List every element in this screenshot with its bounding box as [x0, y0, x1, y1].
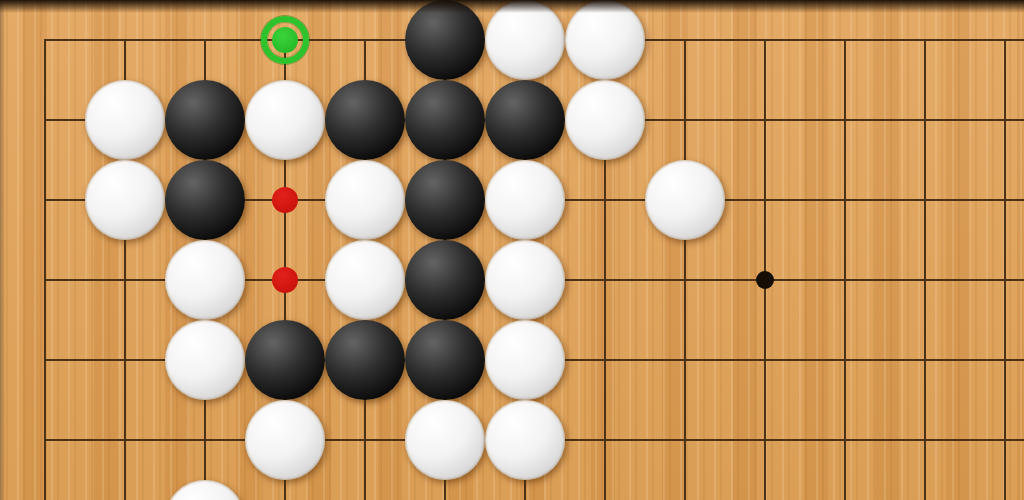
- black-stone: [325, 320, 405, 400]
- white-stone: [645, 160, 725, 240]
- board-intersection[interactable]: [325, 80, 405, 160]
- board-intersection[interactable]: [885, 80, 965, 160]
- go-app-screen: [0, 0, 1024, 500]
- board-intersection[interactable]: [885, 480, 965, 500]
- board: [5, 0, 1024, 500]
- board-intersection[interactable]: [405, 400, 485, 480]
- white-stone: [165, 480, 245, 500]
- board-intersection[interactable]: [405, 160, 485, 240]
- board-intersection[interactable]: [725, 80, 805, 160]
- board-intersection[interactable]: [725, 240, 805, 320]
- board-intersection[interactable]: [885, 160, 965, 240]
- board-intersection[interactable]: [325, 320, 405, 400]
- board-intersection[interactable]: [965, 160, 1024, 240]
- white-stone: [85, 80, 165, 160]
- white-stone: [405, 400, 485, 480]
- black-stone: [325, 80, 405, 160]
- black-stone: [165, 160, 245, 240]
- board-intersection[interactable]: [965, 240, 1024, 320]
- board-intersection[interactable]: [325, 240, 405, 320]
- black-stone: [405, 80, 485, 160]
- white-stone: [325, 160, 405, 240]
- board-intersection[interactable]: [645, 320, 725, 400]
- black-stone: [405, 160, 485, 240]
- board-intersection[interactable]: [5, 480, 85, 500]
- white-stone: [485, 240, 565, 320]
- top-edge-shadow: [0, 0, 1024, 13]
- board-intersection[interactable]: [85, 160, 165, 240]
- black-stone: [165, 80, 245, 160]
- board-intersection[interactable]: [565, 240, 645, 320]
- board-intersection[interactable]: [565, 160, 645, 240]
- board-intersection[interactable]: [485, 160, 565, 240]
- board-intersection[interactable]: [85, 320, 165, 400]
- white-stone: [165, 240, 245, 320]
- board-intersection[interactable]: [725, 160, 805, 240]
- board-intersection[interactable]: [405, 240, 485, 320]
- board-intersection[interactable]: [965, 480, 1024, 500]
- white-stone: [325, 240, 405, 320]
- board-intersection[interactable]: [885, 400, 965, 480]
- white-stone: [485, 400, 565, 480]
- board-intersection[interactable]: [85, 480, 165, 500]
- board-intersection[interactable]: [165, 320, 245, 400]
- board-intersection[interactable]: [485, 480, 565, 500]
- white-stone: [165, 320, 245, 400]
- board-intersection[interactable]: [405, 80, 485, 160]
- board-intersection[interactable]: [885, 240, 965, 320]
- board-intersection[interactable]: [5, 160, 85, 240]
- board-intersection[interactable]: [5, 320, 85, 400]
- green-highlight-marker: [261, 16, 309, 64]
- red-dot-marker: [272, 187, 298, 213]
- board-intersection[interactable]: [805, 480, 885, 500]
- board-intersection[interactable]: [85, 240, 165, 320]
- board-intersection[interactable]: [725, 480, 805, 500]
- black-stone: [405, 240, 485, 320]
- black-stone: [405, 320, 485, 400]
- black-stone: [485, 80, 565, 160]
- board-intersection[interactable]: [965, 320, 1024, 400]
- board-intersection[interactable]: [245, 240, 325, 320]
- board-intersection[interactable]: [85, 80, 165, 160]
- white-stone: [245, 80, 325, 160]
- board-intersection[interactable]: [885, 320, 965, 400]
- red-dot-marker: [272, 267, 298, 293]
- board-intersection[interactable]: [245, 320, 325, 400]
- board-intersection[interactable]: [165, 160, 245, 240]
- board-intersection[interactable]: [325, 160, 405, 240]
- board-intersection[interactable]: [965, 400, 1024, 480]
- board-intersection[interactable]: [165, 80, 245, 160]
- board-intersection[interactable]: [165, 480, 245, 500]
- black-stone: [245, 320, 325, 400]
- board-intersection[interactable]: [5, 80, 85, 160]
- board-intersection[interactable]: [645, 400, 725, 480]
- board-intersection[interactable]: [485, 240, 565, 320]
- board-intersection[interactable]: [165, 400, 245, 480]
- white-stone: [485, 160, 565, 240]
- board-intersection[interactable]: [85, 400, 165, 480]
- board-intersection[interactable]: [165, 240, 245, 320]
- board-intersection[interactable]: [565, 80, 645, 160]
- star-point-icon: [756, 271, 774, 289]
- board-intersection[interactable]: [965, 80, 1024, 160]
- board-intersection[interactable]: [645, 160, 725, 240]
- board-intersection[interactable]: [725, 320, 805, 400]
- board-intersection[interactable]: [805, 400, 885, 480]
- board-intersection[interactable]: [725, 400, 805, 480]
- board-intersection[interactable]: [485, 400, 565, 480]
- board-intersection[interactable]: [485, 80, 565, 160]
- board-intersection[interactable]: [645, 480, 725, 500]
- board-intersection[interactable]: [805, 160, 885, 240]
- board-intersection[interactable]: [565, 480, 645, 500]
- board-intersection[interactable]: [245, 160, 325, 240]
- board-intersection[interactable]: [805, 240, 885, 320]
- board-intersection[interactable]: [5, 400, 85, 480]
- board-intersection[interactable]: [805, 80, 885, 160]
- board-intersection[interactable]: [645, 240, 725, 320]
- board-intersection[interactable]: [245, 400, 325, 480]
- board-intersection[interactable]: [245, 80, 325, 160]
- board-intersection[interactable]: [405, 320, 485, 400]
- white-stone: [85, 160, 165, 240]
- white-stone: [565, 80, 645, 160]
- board-intersection[interactable]: [5, 240, 85, 320]
- board-intersection[interactable]: [565, 400, 645, 480]
- white-stone: [245, 400, 325, 480]
- board-intersection[interactable]: [565, 320, 645, 400]
- board-intersection[interactable]: [405, 480, 485, 500]
- left-edge-shadow: [0, 0, 5, 500]
- green-highlight-marker-center: [272, 27, 298, 53]
- board-intersection[interactable]: [325, 400, 405, 480]
- board-intersection[interactable]: [485, 320, 565, 400]
- board-intersection[interactable]: [325, 480, 405, 500]
- white-stone: [485, 320, 565, 400]
- board-intersection[interactable]: [645, 80, 725, 160]
- board-intersection[interactable]: [805, 320, 885, 400]
- board-intersection[interactable]: [245, 480, 325, 500]
